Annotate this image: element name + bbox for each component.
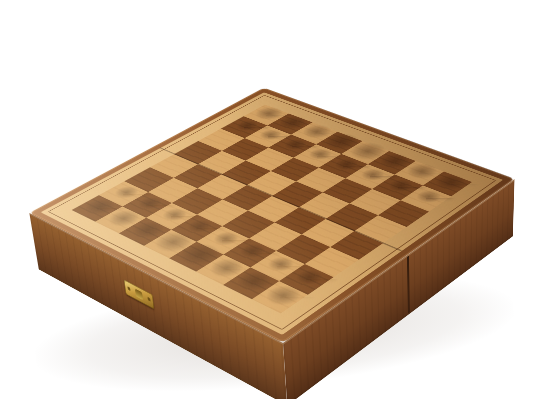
fold-seam-side bbox=[407, 256, 410, 314]
pawn-glyph: ♟ bbox=[349, 126, 501, 205]
brass-clasp bbox=[124, 279, 155, 309]
clasp-screw bbox=[147, 297, 150, 302]
clasp-hook bbox=[135, 289, 143, 301]
clasp-screw bbox=[127, 286, 130, 291]
perspective-stage: ♜♞♝♛♚♝♞♜♟♟♟♟♟♟♟♟♟♟♟♟♟♟♟♟♜♞♝♛♚♝♞♜ bbox=[0, 0, 558, 399]
camera-tilt: ♜♞♝♛♚♝♞♜♟♟♟♟♟♟♟♟♟♟♟♟♟♟♟♟♜♞♝♛♚♝♞♜ bbox=[0, 0, 558, 399]
rook-glyph: ♜ bbox=[195, 204, 363, 305]
chess-set-photo: ♜♞♝♛♚♝♞♜♟♟♟♟♟♟♟♟♟♟♟♟♟♟♟♟♜♞♝♛♚♝♞♜ bbox=[0, 0, 558, 399]
chess-board-box: ♜♞♝♛♚♝♞♜♟♟♟♟♟♟♟♟♟♟♟♟♟♟♟♟♜♞♝♛♚♝♞♜ bbox=[29, 88, 514, 343]
